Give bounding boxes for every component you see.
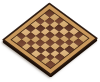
chessboard (2, 2, 98, 75)
chessboard-product-photo (0, 0, 100, 82)
board-border-band (5, 4, 95, 73)
board-inner-line (10, 8, 89, 68)
board-grid (12, 9, 88, 67)
